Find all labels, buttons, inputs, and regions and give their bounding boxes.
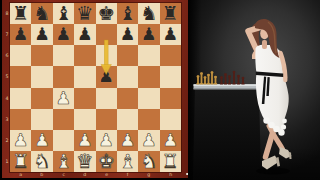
light-mini-piece — [200, 72, 203, 75]
black-pawn[interactable]: ♟ — [56, 24, 72, 45]
square-f6[interactable] — [117, 45, 138, 66]
square-h5[interactable] — [160, 66, 181, 87]
light-mini-piece — [204, 76, 207, 79]
black-pawn[interactable]: ♟ — [120, 24, 136, 45]
white-bishop[interactable]: ♝ — [55, 151, 72, 172]
square-b7[interactable]: ♟ — [31, 24, 52, 45]
square-g6[interactable] — [138, 45, 159, 66]
white-pawn[interactable]: ♟ — [141, 130, 157, 151]
square-e5[interactable]: ♟ — [96, 66, 117, 87]
neck — [262, 40, 267, 49]
black-rook[interactable]: ♜ — [162, 3, 179, 24]
square-b1[interactable]: ♞ — [31, 151, 52, 172]
square-d1[interactable]: ♛ — [74, 151, 95, 172]
square-c6[interactable] — [53, 45, 74, 66]
dark-mini-piece — [237, 75, 240, 78]
video-thumbnail: 87654321 abcdefgh ♜♞♝♛♚♝♞♜♟♟♟♟♟♟♟♟♟♟♟♟♟♟… — [0, 0, 320, 180]
black-bishop[interactable]: ♝ — [119, 3, 136, 24]
square-b2[interactable]: ♟ — [31, 130, 52, 151]
square-f5[interactable] — [117, 66, 138, 87]
black-pawn[interactable]: ♟ — [141, 24, 157, 45]
rank-label-1: 1 — [5, 153, 10, 169]
square-d6[interactable] — [74, 45, 95, 66]
black-queen[interactable]: ♛ — [76, 3, 93, 24]
square-a8[interactable]: ♜ — [10, 3, 31, 24]
square-h7[interactable]: ♟ — [160, 24, 181, 45]
square-a3[interactable] — [10, 109, 31, 130]
square-a2[interactable]: ♟ — [10, 130, 31, 151]
square-h6[interactable] — [160, 45, 181, 66]
dark-mini-piece — [224, 73, 227, 76]
black-pawn[interactable]: ♟ — [98, 66, 114, 87]
rank-label-2: 2 — [5, 132, 10, 148]
square-d3[interactable] — [74, 109, 95, 130]
light-mini-piece — [197, 75, 200, 78]
square-d4[interactable] — [74, 88, 95, 109]
white-knight[interactable]: ♞ — [140, 151, 157, 172]
white-pawn[interactable]: ♟ — [56, 88, 72, 109]
square-c3[interactable] — [53, 109, 74, 130]
square-e2[interactable]: ♟ — [96, 130, 117, 151]
square-e4[interactable] — [96, 88, 117, 109]
square-c4[interactable]: ♟ — [53, 88, 74, 109]
white-pawn[interactable]: ♟ — [77, 130, 93, 151]
white-pawn[interactable]: ♟ — [162, 130, 178, 151]
file-label-b: b — [34, 172, 51, 177]
square-f4[interactable] — [117, 88, 138, 109]
rank-label-5: 5 — [5, 69, 10, 85]
white-pawn[interactable]: ♟ — [13, 130, 29, 151]
chess-board-frame: 87654321 abcdefgh ♜♞♝♛♚♝♞♜♟♟♟♟♟♟♟♟♟♟♟♟♟♟… — [2, 0, 188, 178]
square-b8[interactable]: ♞ — [31, 3, 52, 24]
square-g1[interactable]: ♞ — [138, 151, 159, 172]
light-mini-piece — [207, 74, 210, 77]
table-cloth — [193, 89, 261, 180]
square-g7[interactable]: ♟ — [138, 24, 159, 45]
rank-label-4: 4 — [5, 90, 10, 106]
square-d7[interactable]: ♟ — [74, 24, 95, 45]
square-g3[interactable] — [138, 109, 159, 130]
square-f2[interactable]: ♟ — [117, 130, 138, 151]
rank-label-8: 8 — [5, 5, 10, 21]
square-d8[interactable]: ♛ — [74, 3, 95, 24]
square-g5[interactable] — [138, 66, 159, 87]
floor-shadow — [256, 168, 290, 175]
black-pawn[interactable]: ♟ — [77, 24, 93, 45]
file-label-e: e — [98, 172, 115, 177]
square-c1[interactable]: ♝ — [53, 151, 74, 172]
file-label-c: c — [55, 172, 72, 177]
square-c8[interactable]: ♝ — [53, 3, 74, 24]
square-c5[interactable] — [53, 66, 74, 87]
square-c2[interactable] — [53, 130, 74, 151]
hand — [283, 78, 287, 82]
square-f8[interactable]: ♝ — [117, 3, 138, 24]
square-d2[interactable]: ♟ — [74, 130, 95, 151]
white-queen[interactable]: ♛ — [76, 151, 93, 172]
photo-panel — [188, 0, 320, 180]
square-g4[interactable] — [138, 88, 159, 109]
rank-label-3: 3 — [5, 111, 10, 127]
white-rook[interactable]: ♜ — [162, 151, 179, 172]
dark-mini-piece — [242, 77, 245, 80]
square-b3[interactable] — [31, 109, 52, 130]
black-knight[interactable]: ♞ — [140, 3, 157, 24]
black-pawn[interactable]: ♟ — [162, 24, 178, 45]
rank-label-7: 7 — [5, 26, 10, 42]
rank-label-6: 6 — [5, 48, 10, 64]
square-a4[interactable] — [10, 88, 31, 109]
square-h4[interactable] — [160, 88, 181, 109]
square-a6[interactable] — [10, 45, 31, 66]
white-pawn[interactable]: ♟ — [98, 130, 114, 151]
square-h8[interactable]: ♜ — [160, 3, 181, 24]
black-pawn[interactable]: ♟ — [13, 24, 29, 45]
square-b5[interactable] — [31, 66, 52, 87]
black-bishop[interactable]: ♝ — [55, 3, 72, 24]
square-f1[interactable]: ♝ — [117, 151, 138, 172]
dark-mini-piece — [228, 75, 231, 78]
light-mini-piece — [214, 76, 217, 79]
file-labels: abcdefgh — [10, 171, 181, 178]
photo-illustration — [188, 0, 320, 180]
square-h1[interactable]: ♜ — [160, 151, 181, 172]
square-c7[interactable]: ♟ — [53, 24, 74, 45]
square-d5[interactable] — [74, 66, 95, 87]
square-b6[interactable] — [31, 45, 52, 66]
dark-mini-piece — [233, 71, 236, 74]
square-g8[interactable]: ♞ — [138, 3, 159, 24]
square-a5[interactable] — [10, 66, 31, 87]
square-f7[interactable]: ♟ — [117, 24, 138, 45]
white-bishop[interactable]: ♝ — [119, 151, 136, 172]
square-a1[interactable]: ♜ — [10, 151, 31, 172]
square-b4[interactable] — [31, 88, 52, 109]
black-rook[interactable]: ♜ — [12, 3, 29, 24]
file-label-g: g — [141, 172, 158, 177]
dark-mini-piece — [220, 76, 223, 79]
square-e8[interactable]: ♚ — [96, 3, 117, 24]
white-pawn[interactable]: ♟ — [34, 130, 50, 151]
white-knight[interactable]: ♞ — [33, 151, 50, 172]
white-king[interactable]: ♚ — [97, 151, 114, 172]
white-rook[interactable]: ♜ — [12, 151, 29, 172]
square-g2[interactable]: ♟ — [138, 130, 159, 151]
file-label-f: f — [119, 172, 136, 177]
square-e3[interactable] — [96, 109, 117, 130]
white-pawn[interactable]: ♟ — [120, 130, 136, 151]
chess-table — [193, 71, 261, 180]
mini-board-top-highlight — [194, 84, 261, 86]
light-mini-piece — [211, 71, 214, 74]
square-e7[interactable] — [96, 24, 117, 45]
file-label-a: a — [12, 172, 29, 177]
square-f3[interactable] — [117, 109, 138, 130]
mini-board-edge-shadow — [194, 88, 261, 89]
black-knight[interactable]: ♞ — [33, 3, 50, 24]
chess-board: ♜♞♝♛♚♝♞♜♟♟♟♟♟♟♟♟♟♟♟♟♟♟♟♟♜♞♝♛♚♝♞♜ — [10, 3, 181, 172]
black-king[interactable]: ♚ — [97, 3, 114, 24]
square-h3[interactable] — [160, 109, 181, 130]
file-label-d: d — [76, 172, 93, 177]
black-pawn[interactable]: ♟ — [34, 24, 50, 45]
square-h2[interactable]: ♟ — [160, 130, 181, 151]
square-a7[interactable]: ♟ — [10, 24, 31, 45]
mini-chess-pieces — [196, 71, 244, 85]
square-e6[interactable] — [96, 45, 117, 66]
square-e1[interactable]: ♚ — [96, 151, 117, 172]
file-label-h: h — [162, 172, 179, 177]
